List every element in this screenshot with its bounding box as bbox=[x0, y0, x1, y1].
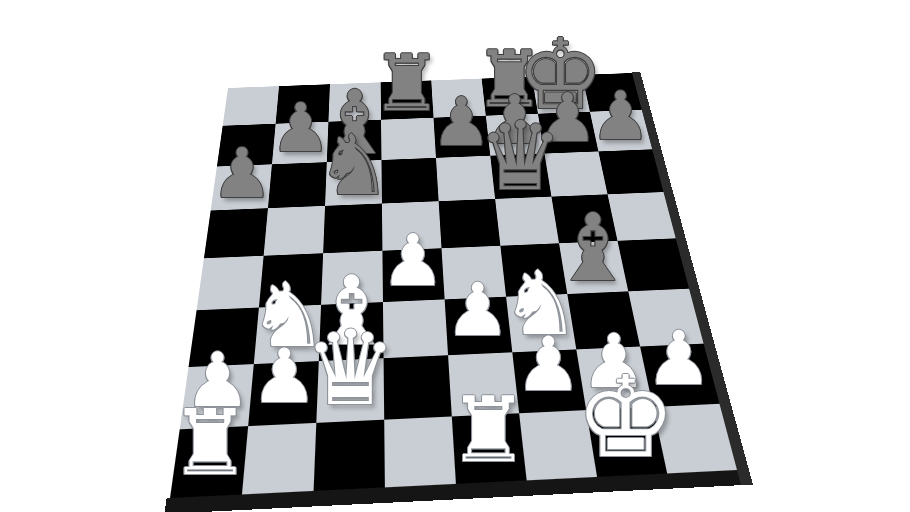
scene: ♜♜♚♟♝♟♟♟♟♟♞♛♟♝♞♝♟♞♟♟♛♟♟♟♜♜♚ bbox=[0, 0, 910, 512]
white-rook-a1[interactable]: ♜ bbox=[151, 398, 269, 489]
square-a5[interactable] bbox=[204, 208, 268, 258]
black-knight-c6[interactable]: ♞ bbox=[300, 124, 409, 208]
black-pawn-a6[interactable]: ♟ bbox=[197, 139, 286, 208]
square-c1[interactable] bbox=[314, 420, 385, 491]
black-pawn-h7[interactable]: ♟ bbox=[577, 83, 664, 150]
black-queen-f6[interactable]: ♛ bbox=[459, 109, 582, 204]
white-rook-e1[interactable]: ♜ bbox=[430, 385, 547, 475]
white-queen-c2[interactable]: ♛ bbox=[283, 317, 418, 420]
piece-layer: ♜♜♚♟♝♟♟♟♟♟♞♛♟♝♞♝♟♞♟♟♛♟♟♟♜♜♚ bbox=[0, 0, 910, 512]
white-king-g1[interactable]: ♚ bbox=[553, 362, 699, 474]
